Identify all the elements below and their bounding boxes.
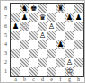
rank-label-5: 5: [1, 31, 10, 40]
square-e8[interactable]: [47, 4, 56, 13]
square-b4[interactable]: [20, 40, 29, 49]
file-label-h: h: [74, 76, 83, 83]
square-d4[interactable]: [38, 40, 47, 49]
square-b2[interactable]: [20, 58, 29, 67]
file-label-c: c: [29, 76, 38, 83]
square-h6[interactable]: [74, 22, 83, 31]
square-c6[interactable]: [29, 22, 38, 31]
square-f7[interactable]: [56, 13, 65, 22]
piece-black-pawn[interactable]: ♟: [74, 13, 83, 22]
piece-white-knight[interactable]: ♘: [20, 22, 29, 31]
square-e5[interactable]: [47, 31, 56, 40]
file-label-e: e: [47, 76, 56, 83]
rank-label-4: 4: [1, 40, 10, 49]
square-a3[interactable]: [11, 49, 20, 58]
square-c4[interactable]: [29, 40, 38, 49]
square-a2[interactable]: [11, 58, 20, 67]
square-g5[interactable]: [65, 31, 74, 40]
square-b6[interactable]: ♘: [20, 22, 29, 31]
rank-label-6: 6: [1, 22, 10, 31]
file-label-d: d: [38, 76, 47, 83]
square-g4[interactable]: [65, 40, 74, 49]
square-h5[interactable]: [74, 31, 83, 40]
square-c1[interactable]: [29, 67, 38, 76]
square-e2[interactable]: [47, 58, 56, 67]
square-a8[interactable]: [11, 4, 20, 13]
square-d2[interactable]: [38, 58, 47, 67]
square-f1[interactable]: [56, 67, 65, 76]
square-a6[interactable]: ♟: [11, 22, 20, 31]
rank-labels: 87654321: [1, 4, 10, 76]
rank-label-8: 8: [1, 4, 10, 13]
square-f2[interactable]: [56, 58, 65, 67]
square-h7[interactable]: ♟: [74, 13, 83, 22]
square-g1[interactable]: ♔: [65, 67, 74, 76]
chess-diagram: 87654321 ♞♚♜♟♛♟♟♟♘♙♙♟♙♔ abcdefgh: [0, 0, 85, 83]
square-a1[interactable]: [11, 67, 20, 76]
square-h3[interactable]: [74, 49, 83, 58]
square-c7[interactable]: [29, 13, 38, 22]
square-h4[interactable]: [74, 40, 83, 49]
square-d1[interactable]: [38, 67, 47, 76]
piece-black-pawn[interactable]: ♟: [11, 22, 20, 31]
piece-black-king[interactable]: ♚: [29, 4, 38, 13]
rank-label-3: 3: [1, 49, 10, 58]
square-f6[interactable]: [56, 22, 65, 31]
piece-black-queen[interactable]: ♛: [38, 13, 47, 22]
square-d3[interactable]: [38, 49, 47, 58]
square-c3[interactable]: [29, 49, 38, 58]
square-e1[interactable]: [47, 67, 56, 76]
square-a5[interactable]: [11, 31, 20, 40]
file-label-g: g: [65, 76, 74, 83]
square-a4[interactable]: [11, 40, 20, 49]
piece-black-pawn[interactable]: ♟: [56, 40, 65, 49]
file-label-f: f: [56, 76, 65, 83]
square-f8[interactable]: ♜: [56, 4, 65, 13]
file-labels: abcdefgh: [11, 76, 83, 83]
rank-label-7: 7: [1, 13, 10, 22]
square-b3[interactable]: [20, 49, 29, 58]
chess-board[interactable]: ♞♚♜♟♛♟♟♟♘♙♙♟♙♔: [10, 3, 84, 77]
piece-white-pawn[interactable]: ♙: [38, 31, 47, 40]
square-d5[interactable]: ♙: [38, 31, 47, 40]
piece-white-pawn[interactable]: ♙: [47, 22, 56, 31]
piece-white-king[interactable]: ♔: [65, 67, 74, 76]
rank-label-1: 1: [1, 67, 10, 76]
square-g6[interactable]: [65, 22, 74, 31]
square-e4[interactable]: [47, 40, 56, 49]
square-b1[interactable]: [20, 67, 29, 76]
piece-black-rook[interactable]: ♜: [56, 4, 65, 13]
square-b5[interactable]: [20, 31, 29, 40]
square-e6[interactable]: ♙: [47, 22, 56, 31]
square-f4[interactable]: ♟: [56, 40, 65, 49]
square-f3[interactable]: [56, 49, 65, 58]
square-c8[interactable]: ♚: [29, 4, 38, 13]
square-h2[interactable]: [74, 58, 83, 67]
square-e3[interactable]: [47, 49, 56, 58]
square-h1[interactable]: [74, 67, 83, 76]
square-d7[interactable]: ♛: [38, 13, 47, 22]
file-label-b: b: [20, 76, 29, 83]
square-g7[interactable]: ♟: [65, 13, 74, 22]
square-c5[interactable]: [29, 31, 38, 40]
rank-label-2: 2: [1, 58, 10, 67]
square-c2[interactable]: [29, 58, 38, 67]
piece-black-pawn[interactable]: ♟: [65, 13, 74, 22]
file-label-a: a: [11, 76, 20, 83]
